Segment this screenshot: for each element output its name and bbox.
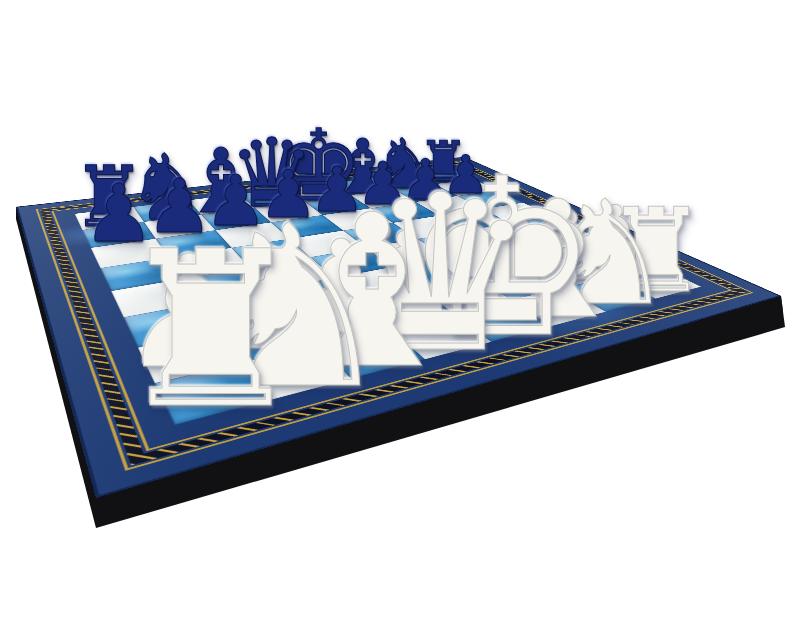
- chess-set-photo: ♜♞♝♟♚♟♛♟♝♟♞♟♜♟♟♟♟♟♜♟♞♟♝♟♚♟♛♟♝♟♞♜: [0, 0, 800, 625]
